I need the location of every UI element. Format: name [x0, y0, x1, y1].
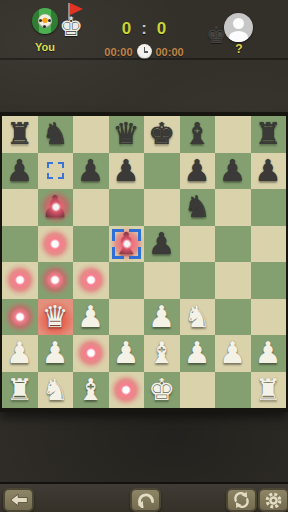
- square-e8[interactable]: ♚: [144, 116, 180, 153]
- square-g1[interactable]: [215, 372, 251, 409]
- square-g5[interactable]: [215, 226, 251, 263]
- move-hint-dot-c2[interactable]: [74, 336, 108, 370]
- undo-button[interactable]: [130, 488, 161, 512]
- white-pawn-e3: ♟: [144, 299, 180, 336]
- circular-arrows-icon: [232, 491, 251, 509]
- white-pawn-a2: ♟: [2, 335, 38, 372]
- square-h8[interactable]: ♜: [251, 116, 287, 153]
- square-c6[interactable]: [73, 189, 109, 226]
- white-pawn-c3: ♟: [73, 299, 109, 336]
- square-d7[interactable]: ♟: [109, 153, 145, 190]
- square-h3[interactable]: [251, 299, 287, 336]
- black-queen-d8: ♛: [109, 116, 145, 153]
- square-h7[interactable]: ♟: [251, 153, 287, 190]
- square-h4[interactable]: [251, 262, 287, 299]
- restart-button[interactable]: [226, 488, 257, 512]
- square-c2[interactable]: [73, 335, 109, 372]
- square-h5[interactable]: [251, 226, 287, 263]
- black-pawn-f7: ♟: [180, 153, 216, 190]
- top-bar: ♚ You 0:0 00:0000:00 ♚ ?: [0, 0, 288, 60]
- white-knight-b1: ♞: [38, 372, 74, 409]
- square-a5[interactable]: [2, 226, 38, 263]
- white-bishop-c1: ♝: [73, 372, 109, 409]
- black-king-e8: ♚: [144, 116, 180, 153]
- back-button[interactable]: [3, 488, 34, 512]
- square-d5[interactable]: ♝: [109, 226, 145, 263]
- white-pawn-h2: ♟: [251, 335, 287, 372]
- square-a6[interactable]: [2, 189, 38, 226]
- right-player-name: ?: [228, 42, 250, 56]
- square-c8[interactable]: [73, 116, 109, 153]
- square-d4[interactable]: [109, 262, 145, 299]
- black-knight-b8: ♞: [38, 116, 74, 153]
- undo-arrow-icon: [136, 491, 156, 509]
- square-c3[interactable]: ♟: [73, 299, 109, 336]
- square-f8[interactable]: ♝: [180, 116, 216, 153]
- square-b3[interactable]: ♛: [38, 299, 74, 336]
- square-c4[interactable]: [73, 262, 109, 299]
- score-right: 0: [157, 19, 166, 38]
- square-f2[interactable]: ♟: [180, 335, 216, 372]
- square-b1[interactable]: ♞: [38, 372, 74, 409]
- square-e1[interactable]: ♚: [144, 372, 180, 409]
- black-pawn-a7: ♟: [2, 153, 38, 190]
- square-b7[interactable]: [38, 153, 74, 190]
- square-h1[interactable]: ♜: [251, 372, 287, 409]
- square-a2[interactable]: ♟: [2, 335, 38, 372]
- square-c5[interactable]: [73, 226, 109, 263]
- right-player-avatar[interactable]: [224, 13, 253, 42]
- square-d6[interactable]: [109, 189, 145, 226]
- square-e7[interactable]: [144, 153, 180, 190]
- score-left: 0: [122, 19, 131, 38]
- square-a8[interactable]: ♜: [2, 116, 38, 153]
- black-knight-f6: ♞: [180, 189, 216, 226]
- square-g3[interactable]: [215, 299, 251, 336]
- square-c1[interactable]: ♝: [73, 372, 109, 409]
- bottom-bar: [0, 482, 288, 512]
- black-pawn-h7: ♟: [251, 153, 287, 190]
- square-b8[interactable]: ♞: [38, 116, 74, 153]
- white-rook-h1: ♜: [251, 372, 287, 409]
- gear-icon: [264, 491, 283, 510]
- square-c7[interactable]: ♟: [73, 153, 109, 190]
- white-queen-b3: ♛: [38, 299, 74, 336]
- white-king-e1: ♚: [144, 372, 180, 409]
- square-g6[interactable]: [215, 189, 251, 226]
- square-f5[interactable]: [180, 226, 216, 263]
- square-a1[interactable]: ♜: [2, 372, 38, 409]
- square-g2[interactable]: ♟: [215, 335, 251, 372]
- black-pawn-c7: ♟: [73, 153, 109, 190]
- square-a7[interactable]: ♟: [2, 153, 38, 190]
- square-a4[interactable]: [2, 262, 38, 299]
- square-b5[interactable]: [38, 226, 74, 263]
- square-b4[interactable]: [38, 262, 74, 299]
- black-pawn-e5: ♟: [144, 226, 180, 263]
- black-rook-h8: ♜: [251, 116, 287, 153]
- app-screen: ♚ You 0:0 00:0000:00 ♚ ? ♜♞♛♚♝♜♟♟♟♟♟♟♟♞♝…: [0, 0, 288, 512]
- square-f3[interactable]: ♞: [180, 299, 216, 336]
- black-pawn-g7: ♟: [215, 153, 251, 190]
- square-b6[interactable]: ♟: [38, 189, 74, 226]
- left-timer: 00:00: [104, 46, 132, 58]
- move-hint-dot-c4[interactable]: [74, 263, 108, 297]
- square-f6[interactable]: ♞: [180, 189, 216, 226]
- settings-button[interactable]: [258, 488, 288, 512]
- black-bishop-f8: ♝: [180, 116, 216, 153]
- left-arrow-icon: [9, 492, 29, 508]
- right-timer: 00:00: [156, 46, 184, 58]
- square-g7[interactable]: ♟: [215, 153, 251, 190]
- square-e3[interactable]: ♟: [144, 299, 180, 336]
- square-g8[interactable]: [215, 116, 251, 153]
- square-b2[interactable]: ♟: [38, 335, 74, 372]
- square-e2[interactable]: ♝: [144, 335, 180, 372]
- move-hint-dot-b4[interactable]: [38, 263, 72, 297]
- square-d8[interactable]: ♛: [109, 116, 145, 153]
- white-rook-a1: ♜: [2, 372, 38, 409]
- square-f1[interactable]: [180, 372, 216, 409]
- board-grid: ♜♞♛♚♝♜♟♟♟♟♟♟♟♞♝♟♛♟♟♞♟♟♟♝♟♟♟♜♞♝♚♜: [2, 116, 286, 408]
- person-silhouette-icon: [233, 18, 244, 29]
- chess-board-frame: ♜♞♛♚♝♜♟♟♟♟♟♟♟♞♝♟♛♟♟♞♟♟♟♝♟♟♟♜♞♝♚♜: [0, 112, 288, 412]
- move-hint-dot-a3[interactable]: [3, 300, 37, 334]
- square-e6[interactable]: [144, 189, 180, 226]
- square-d2[interactable]: ♟: [109, 335, 145, 372]
- white-pawn-b2: ♟: [38, 335, 74, 372]
- white-knight-f3: ♞: [180, 299, 216, 336]
- square-h2[interactable]: ♟: [251, 335, 287, 372]
- move-hint-dot-b5[interactable]: [38, 227, 72, 261]
- white-pawn-f2: ♟: [180, 335, 216, 372]
- score-separator: :: [141, 19, 147, 38]
- square-g4[interactable]: [215, 262, 251, 299]
- square-d3[interactable]: [109, 299, 145, 336]
- square-h6[interactable]: [251, 189, 287, 226]
- move-hint-dot-d1[interactable]: [109, 373, 143, 407]
- top-bar-divider: [0, 58, 288, 60]
- square-d1[interactable]: [109, 372, 145, 409]
- last-move-from-marker: [47, 162, 64, 179]
- square-f4[interactable]: [180, 262, 216, 299]
- square-f7[interactable]: ♟: [180, 153, 216, 190]
- square-e5[interactable]: ♟: [144, 226, 180, 263]
- black-pawn-d7: ♟: [109, 153, 145, 190]
- move-hint-dot-a4[interactable]: [3, 263, 37, 297]
- white-pawn-d2: ♟: [109, 335, 145, 372]
- square-e4[interactable]: [144, 262, 180, 299]
- square-a3[interactable]: [2, 299, 38, 336]
- capture-glow-b6: [38, 189, 74, 225]
- white-bishop-e2: ♝: [144, 335, 180, 372]
- capture-glow-d5: [109, 226, 145, 262]
- black-rook-a8: ♜: [2, 116, 38, 153]
- white-pawn-g2: ♟: [215, 335, 251, 372]
